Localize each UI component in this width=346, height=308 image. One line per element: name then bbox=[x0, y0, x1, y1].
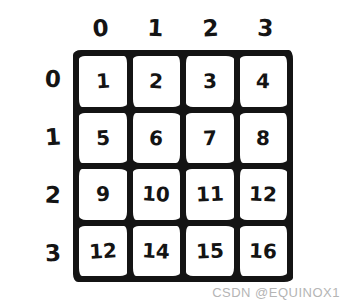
cell-r0c2: 3 bbox=[186, 56, 234, 107]
cell-r0c3: 4 bbox=[240, 56, 288, 107]
cell-r2c0: 9 bbox=[79, 169, 127, 220]
cell-value: 5 bbox=[95, 125, 110, 150]
col-label-0: 0 bbox=[72, 9, 129, 48]
cell-value: 4 bbox=[256, 69, 271, 93]
row-label-0: 0 bbox=[33, 49, 74, 109]
cell-value: 1 bbox=[95, 69, 110, 94]
watermark: CSDN @EQUINOX1 bbox=[212, 285, 340, 300]
row-label-2: 2 bbox=[33, 165, 74, 225]
row-label-1: 1 bbox=[32, 107, 74, 168]
row-label-3: 3 bbox=[32, 223, 74, 284]
cell-value: 12 bbox=[249, 182, 278, 207]
cell-r0c0: 1 bbox=[79, 56, 127, 107]
cell-value: 2 bbox=[149, 69, 164, 94]
cell-value: 12 bbox=[88, 238, 117, 263]
column-labels: 0 1 2 3 bbox=[73, 10, 293, 46]
cell-r3c1: 14 bbox=[133, 226, 181, 277]
cell-value: 14 bbox=[142, 238, 171, 263]
cell-r3c2: 15 bbox=[186, 226, 234, 277]
col-label-3: 3 bbox=[237, 9, 294, 48]
cell-value: 11 bbox=[195, 182, 224, 207]
col-label-1: 1 bbox=[127, 9, 184, 48]
cell-r1c2: 7 bbox=[186, 113, 234, 164]
cell-r3c3: 16 bbox=[240, 226, 288, 277]
cell-value: 6 bbox=[149, 125, 164, 150]
cell-r1c0: 5 bbox=[79, 113, 127, 164]
cell-value: 15 bbox=[195, 238, 224, 263]
cell-r2c1: 10 bbox=[133, 169, 181, 220]
cell-value: 8 bbox=[256, 126, 271, 150]
cell-value: 10 bbox=[142, 182, 171, 207]
matrix-grid: 1 2 3 4 5 6 7 8 9 10 11 12 12 14 15 16 bbox=[73, 50, 293, 282]
cell-r3c0: 12 bbox=[79, 226, 127, 277]
cell-r0c1: 2 bbox=[133, 56, 181, 107]
cell-value: 3 bbox=[202, 69, 217, 93]
cell-r2c3: 12 bbox=[240, 169, 288, 220]
matrix-diagram: 0 1 2 3 0 1 2 3 1 2 3 4 5 6 7 8 9 10 11 … bbox=[0, 0, 346, 308]
cell-r1c1: 6 bbox=[133, 113, 181, 164]
cell-r2c2: 11 bbox=[186, 169, 234, 220]
cell-r1c3: 8 bbox=[240, 113, 288, 164]
col-label-2: 2 bbox=[182, 9, 239, 48]
cell-value: 9 bbox=[95, 182, 110, 207]
row-labels: 0 1 2 3 bbox=[34, 50, 72, 282]
cell-value: 16 bbox=[249, 238, 278, 263]
cell-value: 7 bbox=[202, 126, 217, 150]
